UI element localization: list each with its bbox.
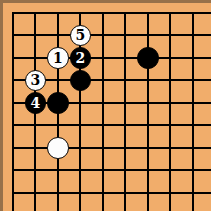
move-number-label: 4: [30, 95, 40, 109]
move-number-label: 2: [75, 50, 85, 64]
move-number-label: 3: [30, 73, 40, 87]
stones-layer: 51234: [2, 2, 205, 205]
white-stone-move-3: 3: [25, 70, 47, 92]
go-board: 51234: [0, 0, 211, 211]
move-number-label: 1: [53, 50, 63, 64]
move-number-label: 5: [75, 28, 85, 42]
black-stone-move-4: 4: [25, 92, 47, 114]
white-stone-move-5: 5: [70, 25, 92, 47]
black-stone: [70, 70, 92, 92]
black-stone: [47, 92, 69, 114]
black-stone-move-2: 2: [70, 47, 92, 69]
white-stone: [47, 137, 69, 159]
black-stone: [137, 47, 159, 69]
white-stone-move-1: 1: [47, 47, 69, 69]
